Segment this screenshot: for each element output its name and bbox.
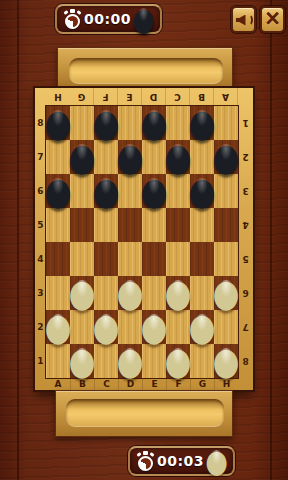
square-b3[interactable]: ● [70, 276, 94, 310]
close-button[interactable]: × [260, 6, 285, 33]
square-g4[interactable] [190, 242, 214, 276]
coordinate-label-2: 2 [238, 140, 253, 174]
dark-piece-f7[interactable]: ● [167, 143, 189, 171]
square-e4[interactable] [142, 242, 166, 276]
square-b7[interactable]: ● [70, 140, 94, 174]
dark-checker-glyph: ● [164, 140, 191, 174]
square-h7[interactable]: ● [214, 140, 238, 174]
square-f1[interactable]: ● [166, 344, 190, 378]
square-g6[interactable]: ● [190, 174, 214, 208]
square-c1[interactable] [94, 344, 118, 378]
dark-checker-glyph: ● [212, 140, 239, 174]
dark-checker-glyph: ● [140, 174, 167, 208]
coordinate-label-a: A [214, 88, 238, 106]
coordinate-label-c: C [166, 88, 190, 106]
square-f6[interactable] [166, 174, 190, 208]
speaker-icon [235, 12, 253, 28]
coordinate-label-7: 7 [238, 310, 253, 344]
square-a5[interactable] [46, 208, 70, 242]
square-g2[interactable]: ● [190, 310, 214, 344]
square-c6[interactable]: ● [94, 174, 118, 208]
coordinate-label-4: 4 [35, 242, 46, 276]
light-checker-glyph: ● [68, 344, 95, 378]
light-checker-glyph: ● [164, 344, 191, 378]
file-labels-bottom: ABCDEFGH [46, 378, 238, 390]
dark-checker-glyph: ● [44, 106, 71, 140]
light-player-clock: 00:03 ● [128, 446, 235, 476]
dark-checker-glyph: ● [92, 106, 119, 140]
stopwatch-icon [137, 451, 154, 471]
coordinate-label-g: G [190, 378, 214, 390]
coordinate-label-3: 3 [238, 174, 253, 208]
coordinate-label-f: F [166, 378, 190, 390]
light-checker-glyph: ● [116, 344, 143, 378]
square-e1[interactable] [142, 344, 166, 378]
square-b1[interactable]: ● [70, 344, 94, 378]
square-h5[interactable] [214, 208, 238, 242]
light-checker-glyph: ● [188, 310, 215, 344]
coordinate-label-1: 1 [35, 344, 46, 378]
dark-checker-glyph: ● [140, 106, 167, 140]
square-e2[interactable]: ● [142, 310, 166, 344]
light-checker-glyph: ● [92, 310, 119, 344]
dark-piece-g6[interactable]: ● [191, 177, 213, 205]
square-b6[interactable] [70, 174, 94, 208]
sound-button[interactable] [231, 6, 256, 33]
game-screen: 00:00 ● × HGFEDCBA 87654321 ●●●●●●●●●●●●… [0, 0, 288, 480]
light-piece-d1[interactable]: ● [119, 347, 141, 375]
square-c8[interactable]: ● [94, 106, 118, 140]
dark-checker-glyph: ● [44, 174, 71, 208]
square-d5[interactable] [118, 208, 142, 242]
dark-piece-a6[interactable]: ● [47, 177, 69, 205]
coordinate-label-4: 4 [238, 208, 253, 242]
square-h1[interactable]: ● [214, 344, 238, 378]
square-e6[interactable]: ● [142, 174, 166, 208]
square-d6[interactable] [118, 174, 142, 208]
square-d7[interactable]: ● [118, 140, 142, 174]
square-a4[interactable] [46, 242, 70, 276]
dark-checker-icon: ● [134, 7, 153, 31]
square-a6[interactable]: ● [46, 174, 70, 208]
dark-piece-d7[interactable]: ● [119, 143, 141, 171]
stopwatch-icon [64, 9, 81, 29]
dark-checker-glyph: ● [188, 174, 215, 208]
coordinate-label-b: B [70, 378, 94, 390]
light-piece-c2[interactable]: ● [95, 313, 117, 341]
square-g8[interactable]: ● [190, 106, 214, 140]
dark-piece-e8[interactable]: ● [143, 109, 165, 137]
square-a2[interactable]: ● [46, 310, 70, 344]
coordinate-label-8: 8 [238, 344, 253, 378]
dark-piece-e6[interactable]: ● [143, 177, 165, 205]
light-checker-glyph: ● [212, 276, 239, 310]
square-f5[interactable] [166, 208, 190, 242]
light-checker-glyph: ● [44, 310, 71, 344]
square-c5[interactable] [94, 208, 118, 242]
square-c4[interactable] [94, 242, 118, 276]
square-b5[interactable] [70, 208, 94, 242]
coordinate-label-g: G [70, 88, 94, 106]
square-f7[interactable]: ● [166, 140, 190, 174]
coordinate-label-e: E [142, 378, 166, 390]
tray-recess [69, 58, 223, 84]
light-piece-b1[interactable]: ● [71, 347, 93, 375]
coordinate-label-5: 5 [35, 208, 46, 242]
square-a8[interactable]: ● [46, 106, 70, 140]
light-checker-icon: ● [207, 449, 226, 473]
light-checker-glyph: ● [164, 276, 191, 310]
dark-piece-c8[interactable]: ● [95, 109, 117, 137]
light-checker-glyph: ● [140, 310, 167, 344]
light-checker-glyph: ● [116, 276, 143, 310]
coordinate-label-a: A [46, 378, 70, 390]
square-c2[interactable]: ● [94, 310, 118, 344]
dark-piece-g8[interactable]: ● [191, 109, 213, 137]
board-grid: ●●●●●●●●●●●●●●●●●●●●●●●● [46, 106, 238, 378]
captured-pieces-tray-bottom [55, 390, 233, 437]
square-h6[interactable] [214, 174, 238, 208]
dark-checker-glyph: ● [92, 174, 119, 208]
coordinate-label-e: E [118, 88, 142, 106]
square-h3[interactable]: ● [214, 276, 238, 310]
light-piece-a2[interactable]: ● [47, 313, 69, 341]
light-piece-e2[interactable]: ● [143, 313, 165, 341]
light-clock-time: 00:03 [154, 453, 207, 469]
light-piece-f1[interactable]: ● [167, 347, 189, 375]
light-piece-h1[interactable]: ● [215, 347, 237, 375]
square-g1[interactable] [190, 344, 214, 378]
coordinate-label-1: 1 [238, 106, 253, 140]
close-x-icon: × [265, 6, 280, 31]
light-piece-h3[interactable]: ● [215, 279, 237, 307]
wood-seam [270, 0, 272, 480]
square-g5[interactable] [190, 208, 214, 242]
dark-player-clock: 00:00 ● [55, 4, 162, 34]
tray-recess [66, 399, 224, 427]
light-piece-b3[interactable]: ● [71, 279, 93, 307]
coordinate-label-c: C [94, 378, 118, 390]
rank-labels-right: 12345678 [238, 106, 253, 378]
wood-seam [17, 0, 19, 480]
light-piece-g2[interactable]: ● [191, 313, 213, 341]
light-checker-glyph: ● [68, 276, 95, 310]
coordinate-label-5: 5 [238, 242, 253, 276]
square-f3[interactable]: ● [166, 276, 190, 310]
coordinate-label-d: D [118, 378, 142, 390]
dark-checker-glyph: ● [68, 140, 95, 174]
square-e5[interactable] [142, 208, 166, 242]
dark-piece-b7[interactable]: ● [71, 143, 93, 171]
square-a1[interactable] [46, 344, 70, 378]
dark-piece-h7[interactable]: ● [215, 143, 237, 171]
dark-piece-c6[interactable]: ● [95, 177, 117, 205]
dark-clock-time: 00:00 [81, 11, 134, 27]
coordinate-label-h: H [214, 378, 238, 390]
dark-checker-glyph: ● [188, 106, 215, 140]
light-piece-f3[interactable]: ● [167, 279, 189, 307]
square-d3[interactable]: ● [118, 276, 142, 310]
dark-piece-a8[interactable]: ● [47, 109, 69, 137]
coordinate-label-6: 6 [238, 276, 253, 310]
square-e8[interactable]: ● [142, 106, 166, 140]
dark-checker-glyph: ● [116, 140, 143, 174]
light-checker-glyph: ● [212, 344, 239, 378]
square-d1[interactable]: ● [118, 344, 142, 378]
checkers-board: HGFEDCBA 87654321 ●●●●●●●●●●●●●●●●●●●●●●… [35, 88, 253, 390]
captured-pieces-tray-top [57, 47, 233, 88]
light-piece-d3[interactable]: ● [119, 279, 141, 307]
